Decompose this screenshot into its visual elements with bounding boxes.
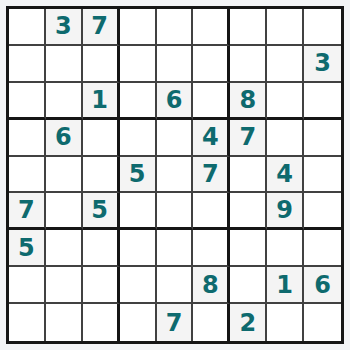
cell-r2c9[interactable]: 3 xyxy=(304,46,341,83)
cell-r7c7[interactable] xyxy=(230,230,267,267)
cell-r6c6[interactable] xyxy=(193,193,230,230)
cell-r5c5[interactable] xyxy=(157,157,194,194)
cell-r7c6[interactable] xyxy=(193,230,230,267)
cell-r1c5[interactable] xyxy=(157,9,194,46)
sudoku-board: 373168647574759581672 xyxy=(6,6,344,344)
cell-r9c6[interactable] xyxy=(193,304,230,341)
cell-r1c1[interactable] xyxy=(9,9,46,46)
cell-r5c9[interactable] xyxy=(304,157,341,194)
cell-r2c2[interactable] xyxy=(46,46,83,83)
cell-r7c3[interactable] xyxy=(83,230,120,267)
cell-r5c3[interactable] xyxy=(83,157,120,194)
cell-r4c3[interactable] xyxy=(83,120,120,157)
cell-r7c2[interactable] xyxy=(46,230,83,267)
cell-r8c3[interactable] xyxy=(83,267,120,304)
cell-r8c4[interactable] xyxy=(120,267,157,304)
cell-r8c9[interactable]: 6 xyxy=(304,267,341,304)
cell-r3c9[interactable] xyxy=(304,83,341,120)
cell-r8c2[interactable] xyxy=(46,267,83,304)
cell-r6c4[interactable] xyxy=(120,193,157,230)
cell-r9c3[interactable] xyxy=(83,304,120,341)
cell-r8c1[interactable] xyxy=(9,267,46,304)
cell-r4c2[interactable]: 6 xyxy=(46,120,83,157)
cell-r6c7[interactable] xyxy=(230,193,267,230)
cell-r9c7[interactable]: 2 xyxy=(230,304,267,341)
cell-r4c5[interactable] xyxy=(157,120,194,157)
cell-r8c5[interactable] xyxy=(157,267,194,304)
cell-r5c8[interactable]: 4 xyxy=(267,157,304,194)
cell-r3c5[interactable]: 6 xyxy=(157,83,194,120)
cell-r3c7[interactable]: 8 xyxy=(230,83,267,120)
cell-r7c5[interactable] xyxy=(157,230,194,267)
cell-r4c7[interactable]: 7 xyxy=(230,120,267,157)
cell-r5c4[interactable]: 5 xyxy=(120,157,157,194)
cell-r6c2[interactable] xyxy=(46,193,83,230)
cell-r1c6[interactable] xyxy=(193,9,230,46)
cell-r7c9[interactable] xyxy=(304,230,341,267)
cell-r9c2[interactable] xyxy=(46,304,83,341)
cell-r5c7[interactable] xyxy=(230,157,267,194)
cell-r8c7[interactable] xyxy=(230,267,267,304)
cell-r7c8[interactable] xyxy=(267,230,304,267)
cell-r9c4[interactable] xyxy=(120,304,157,341)
cell-r7c4[interactable] xyxy=(120,230,157,267)
cell-r1c8[interactable] xyxy=(267,9,304,46)
cell-r6c8[interactable]: 9 xyxy=(267,193,304,230)
cell-r6c9[interactable] xyxy=(304,193,341,230)
cell-r1c4[interactable] xyxy=(120,9,157,46)
cell-r1c9[interactable] xyxy=(304,9,341,46)
cell-r2c1[interactable] xyxy=(9,46,46,83)
cell-r4c8[interactable] xyxy=(267,120,304,157)
cell-r2c6[interactable] xyxy=(193,46,230,83)
cell-r9c8[interactable] xyxy=(267,304,304,341)
cell-r2c8[interactable] xyxy=(267,46,304,83)
cell-r1c2[interactable]: 3 xyxy=(46,9,83,46)
cell-r3c6[interactable] xyxy=(193,83,230,120)
cell-r6c5[interactable] xyxy=(157,193,194,230)
cell-r2c5[interactable] xyxy=(157,46,194,83)
cell-r2c3[interactable] xyxy=(83,46,120,83)
cell-r2c7[interactable] xyxy=(230,46,267,83)
cell-r1c7[interactable] xyxy=(230,9,267,46)
cell-r1c3[interactable]: 7 xyxy=(83,9,120,46)
cell-r9c9[interactable] xyxy=(304,304,341,341)
cell-r5c6[interactable]: 7 xyxy=(193,157,230,194)
cell-r8c8[interactable]: 1 xyxy=(267,267,304,304)
cell-r3c1[interactable] xyxy=(9,83,46,120)
cell-r7c1[interactable]: 5 xyxy=(9,230,46,267)
cell-r6c1[interactable]: 7 xyxy=(9,193,46,230)
cell-r8c6[interactable]: 8 xyxy=(193,267,230,304)
cell-r5c1[interactable] xyxy=(9,157,46,194)
cell-r4c1[interactable] xyxy=(9,120,46,157)
cell-r4c9[interactable] xyxy=(304,120,341,157)
cell-r4c6[interactable]: 4 xyxy=(193,120,230,157)
cell-r3c4[interactable] xyxy=(120,83,157,120)
cell-r5c2[interactable] xyxy=(46,157,83,194)
cell-r3c3[interactable]: 1 xyxy=(83,83,120,120)
cell-r3c8[interactable] xyxy=(267,83,304,120)
cell-r2c4[interactable] xyxy=(120,46,157,83)
cell-r6c3[interactable]: 5 xyxy=(83,193,120,230)
cell-r3c2[interactable] xyxy=(46,83,83,120)
cell-r9c5[interactable]: 7 xyxy=(157,304,194,341)
cell-r4c4[interactable] xyxy=(120,120,157,157)
cell-r9c1[interactable] xyxy=(9,304,46,341)
